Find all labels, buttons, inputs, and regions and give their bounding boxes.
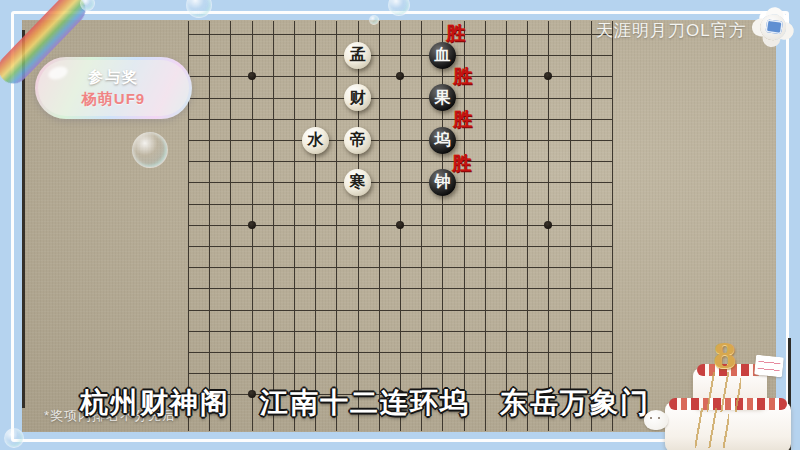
gold-drizzle <box>707 372 741 412</box>
cake-sign <box>754 355 784 378</box>
number-candle: 8 <box>713 336 737 376</box>
bubble-icon <box>80 0 95 11</box>
bubble-icon <box>186 0 212 18</box>
white-stone-财: 财 <box>344 84 371 111</box>
star-point <box>248 72 256 80</box>
win-mark: 胜 <box>444 21 468 45</box>
star-point <box>248 221 256 229</box>
bunny-charm-icon <box>644 410 668 430</box>
channel-watermark: 天涯明月刀OL官方 <box>596 19 747 42</box>
white-stone-水: 水 <box>302 127 329 154</box>
bubble-icon <box>4 428 24 448</box>
star-point <box>544 72 552 80</box>
blue-seal-icon <box>765 19 783 34</box>
white-stone-帝: 帝 <box>344 127 371 154</box>
white-stone-孟: 孟 <box>344 42 371 69</box>
anniversary-emblem-icon <box>743 0 800 57</box>
prize-badge: 参与奖 杨萌UF9 <box>35 57 192 119</box>
win-mark: 胜 <box>451 64 475 88</box>
bubble-icon <box>388 0 410 16</box>
board-horizontal-lines <box>188 34 613 395</box>
prize-badge-bubble: 参与奖 杨萌UF9 <box>38 60 189 116</box>
video-frame: 孟财水帝寒血果坞钟胜胜胜胜 参与奖 杨萌UF9 天涯明月刀OL官方 杭州财神阁 … <box>0 0 800 450</box>
gold-drizzle <box>695 408 729 448</box>
prize-title: 参与奖 <box>88 68 139 87</box>
star-point <box>396 221 404 229</box>
white-stone-寒: 寒 <box>344 169 371 196</box>
bubble-icon <box>369 15 379 25</box>
star-point <box>544 221 552 229</box>
win-mark: 胜 <box>451 107 475 131</box>
star-point <box>396 72 404 80</box>
bubble-icon <box>132 132 168 168</box>
win-mark: 胜 <box>450 151 474 175</box>
birthday-cake: 8 <box>655 338 800 450</box>
winner-name: 杨萌UF9 <box>82 90 145 109</box>
guild-names-subtitle: 杭州财神阁 江南十二连环坞 东岳万象门 <box>60 384 670 422</box>
